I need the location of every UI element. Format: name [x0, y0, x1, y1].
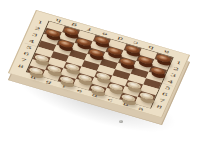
product-photo-scene: hgfedcba hgfedcba 12345678 12345678: [0, 0, 200, 146]
latch-pin: [119, 120, 123, 123]
